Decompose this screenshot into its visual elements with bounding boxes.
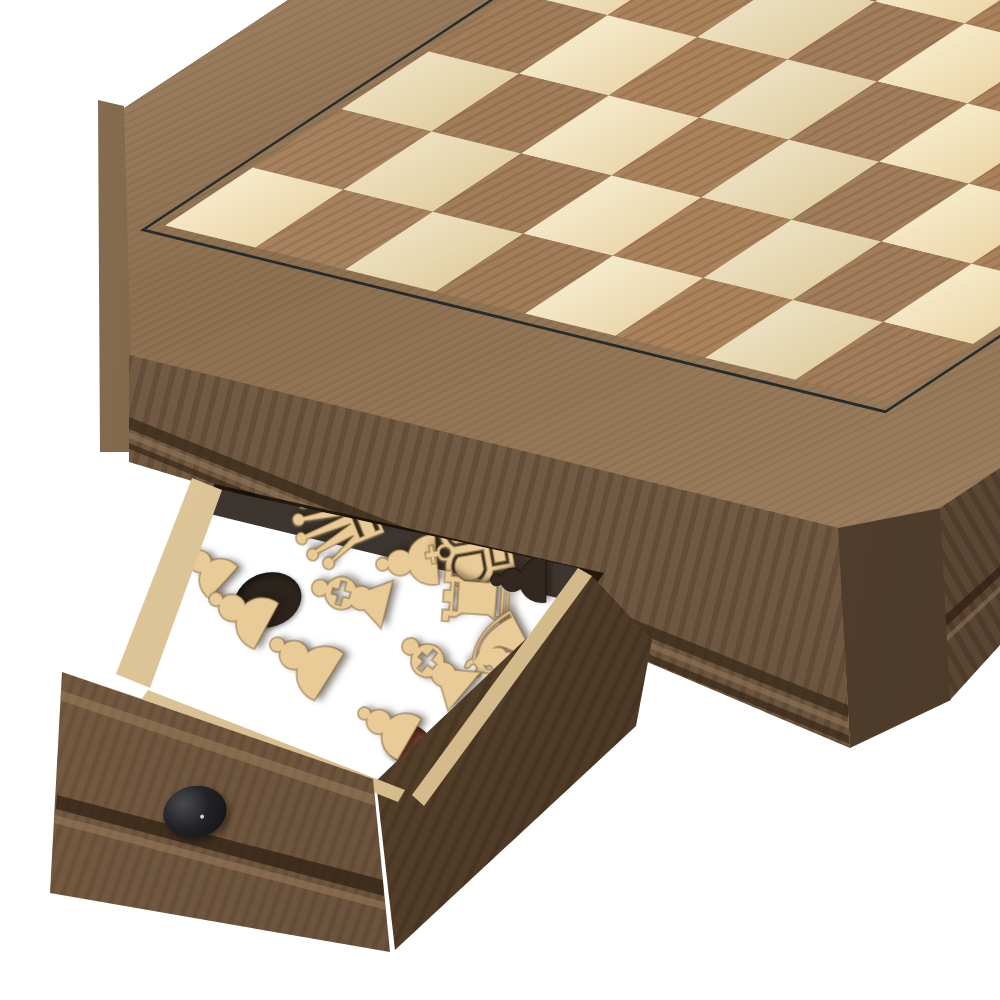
checkerboard bbox=[165, 0, 1000, 402]
chess-box-photo: ♟♟♟♝♛♟♚♜♟♞♝♟ bbox=[0, 0, 1000, 1000]
